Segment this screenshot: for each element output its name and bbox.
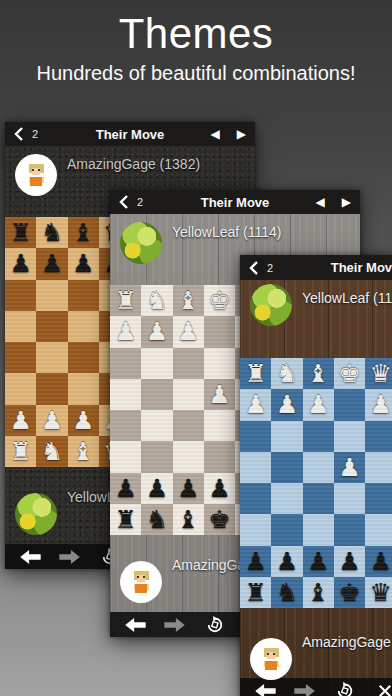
- chess-piece-black-bishop[interactable]: ♝: [307, 577, 329, 608]
- chess-piece-white-bishop[interactable]: ♝: [177, 285, 199, 316]
- chess-piece-white-king[interactable]: ♚: [338, 358, 360, 389]
- forward-arrow-icon[interactable]: [292, 682, 318, 696]
- flip-board-icon[interactable]: [332, 682, 358, 696]
- chess-piece-black-rook[interactable]: ♜: [114, 504, 136, 535]
- next-move-icon[interactable]: ▶: [342, 190, 351, 214]
- chess-piece-white-pawn[interactable]: ♟: [9, 405, 31, 436]
- board-square[interactable]: ♟: [36, 405, 67, 436]
- board-square[interactable]: [271, 421, 302, 452]
- board-square[interactable]: [68, 342, 99, 373]
- board-square[interactable]: ♟: [204, 473, 235, 504]
- board-square[interactable]: ♝: [68, 217, 99, 248]
- chess-piece-black-pawn[interactable]: ♟: [307, 546, 329, 577]
- next-move-icon[interactable]: ▶: [237, 122, 246, 146]
- board-square[interactable]: ♜: [5, 217, 36, 248]
- board-square[interactable]: [271, 514, 302, 545]
- board-square[interactable]: ♟: [141, 473, 172, 504]
- forward-arrow-icon[interactable]: [57, 548, 83, 566]
- board-square[interactable]: [173, 441, 204, 472]
- board-square[interactable]: ♞: [141, 285, 172, 316]
- board-square[interactable]: ♞: [271, 577, 302, 608]
- board-square[interactable]: [271, 452, 302, 483]
- chess-piece-white-pawn[interactable]: ♟: [276, 389, 298, 420]
- header-title: Their Move: [240, 260, 392, 275]
- chess-piece-black-queen[interactable]: ♛: [369, 577, 391, 608]
- board-square[interactable]: [271, 483, 302, 514]
- chess-piece-white-knight[interactable]: ♞: [41, 436, 63, 467]
- avatar[interactable]: [15, 154, 57, 196]
- board-square[interactable]: ♚: [204, 285, 235, 316]
- chess-piece-black-pawn[interactable]: ♟: [244, 546, 266, 577]
- board-square[interactable]: [240, 483, 271, 514]
- board-square[interactable]: ♟: [110, 473, 141, 504]
- board-square[interactable]: [141, 441, 172, 472]
- board-square[interactable]: ♝: [173, 285, 204, 316]
- board-square[interactable]: ♞: [271, 358, 302, 389]
- player-name: YellowLeaf (1114): [302, 290, 392, 306]
- prev-move-icon[interactable]: ◀: [211, 122, 220, 146]
- chess-piece-white-bishop[interactable]: ♝: [72, 436, 94, 467]
- chess-piece-black-knight[interactable]: ♞: [276, 577, 298, 608]
- board-square[interactable]: [365, 421, 392, 452]
- board-square[interactable]: [36, 373, 67, 404]
- board-square[interactable]: ♟: [68, 405, 99, 436]
- back-arrow-icon[interactable]: [122, 616, 148, 634]
- board-square[interactable]: ♜: [5, 436, 36, 467]
- board-square[interactable]: ♟: [271, 546, 302, 577]
- chess-piece-white-knight[interactable]: ♞: [276, 358, 298, 389]
- board-square[interactable]: [204, 410, 235, 441]
- chess-piece-white-pawn[interactable]: ♟: [338, 452, 360, 483]
- avatar[interactable]: [15, 493, 57, 535]
- chess-piece-black-pawn[interactable]: ♟: [146, 473, 168, 504]
- board-square[interactable]: [5, 373, 36, 404]
- avatar[interactable]: [250, 638, 292, 680]
- board-square[interactable]: [240, 514, 271, 545]
- board-square[interactable]: [365, 514, 392, 545]
- chess-piece-white-pawn[interactable]: ♟: [369, 389, 391, 420]
- board-square[interactable]: ♟: [271, 389, 302, 420]
- chess-piece-white-rook[interactable]: ♜: [114, 285, 136, 316]
- board-square[interactable]: [173, 410, 204, 441]
- close-icon[interactable]: [372, 682, 392, 696]
- board-square[interactable]: ♟: [173, 316, 204, 347]
- board-square[interactable]: [334, 421, 365, 452]
- game-nav-bar: [240, 678, 392, 696]
- board-square[interactable]: ♛: [365, 358, 392, 389]
- chess-board: ♜♞♝♚♛♝♞♜♟♟♟♟♟♟♟♟♟♟♟♟♟♟♟♟♜♞♝♚♛♝♞♜: [240, 358, 392, 608]
- board-square[interactable]: ♚: [334, 358, 365, 389]
- board-square[interactable]: ♜: [110, 285, 141, 316]
- app-header: 2 Their Move ◀ ▶: [5, 122, 255, 146]
- board-square[interactable]: ♟: [334, 546, 365, 577]
- board-square[interactable]: ♝: [303, 577, 334, 608]
- chess-piece-white-pawn[interactable]: ♟: [208, 379, 230, 410]
- player-name: AmazingGage (1382): [302, 634, 392, 650]
- board-square[interactable]: [110, 410, 141, 441]
- chess-piece-black-pawn[interactable]: ♟: [114, 473, 136, 504]
- board-square[interactable]: ♝: [173, 504, 204, 535]
- board-square[interactable]: [303, 452, 334, 483]
- board-square[interactable]: ♞: [141, 504, 172, 535]
- board-square[interactable]: ♟: [68, 248, 99, 279]
- board-square[interactable]: [365, 483, 392, 514]
- board-square[interactable]: [5, 342, 36, 373]
- board-square[interactable]: [334, 514, 365, 545]
- chess-piece-white-rook[interactable]: ♜: [244, 358, 266, 389]
- hero: Themes Hundreds of beautiful combination…: [0, 0, 392, 85]
- chess-piece-black-pawn[interactable]: ♟: [276, 546, 298, 577]
- app-header: 2 Their Move ◀ ▶: [110, 190, 360, 214]
- board-square[interactable]: ♟: [5, 248, 36, 279]
- board-square[interactable]: ♟: [173, 473, 204, 504]
- board-square[interactable]: [303, 514, 334, 545]
- themes-promo-page: Themes Hundreds of beautiful combination…: [0, 0, 392, 696]
- board-square[interactable]: [204, 348, 235, 379]
- board-square[interactable]: [334, 389, 365, 420]
- chess-piece-white-queen[interactable]: ♛: [369, 358, 391, 389]
- board-square[interactable]: ♝: [68, 436, 99, 467]
- board-square[interactable]: [110, 379, 141, 410]
- chess-piece-black-pawn[interactable]: ♟: [208, 473, 230, 504]
- back-arrow-icon[interactable]: [252, 682, 278, 696]
- prev-move-icon[interactable]: ◀: [316, 190, 325, 214]
- chess-piece-black-king[interactable]: ♚: [338, 577, 360, 608]
- board-square[interactable]: [303, 483, 334, 514]
- board-square[interactable]: ♟: [141, 316, 172, 347]
- chess-piece-white-knight[interactable]: ♞: [146, 285, 168, 316]
- board-square[interactable]: ♞: [36, 217, 67, 248]
- board-square[interactable]: ♛: [365, 577, 392, 608]
- chess-piece-black-bishop[interactable]: ♝: [72, 217, 94, 248]
- chess-piece-black-knight[interactable]: ♞: [41, 217, 63, 248]
- board-square[interactable]: ♟: [365, 389, 392, 420]
- flip-board-icon[interactable]: [202, 616, 228, 634]
- board-square[interactable]: [36, 311, 67, 342]
- player-name: YellowLeaf (1114): [172, 224, 281, 240]
- board-square[interactable]: [303, 421, 334, 452]
- back-arrow-icon[interactable]: [17, 548, 43, 566]
- board-square[interactable]: ♚: [334, 577, 365, 608]
- chess-piece-white-pawn[interactable]: ♟: [244, 389, 266, 420]
- chess-piece-white-pawn[interactable]: ♟: [177, 316, 199, 347]
- chess-piece-black-knight[interactable]: ♞: [146, 504, 168, 535]
- chess-piece-black-rook[interactable]: ♜: [9, 217, 31, 248]
- board-square[interactable]: ♟: [334, 452, 365, 483]
- board-square[interactable]: [5, 311, 36, 342]
- avatar[interactable]: [250, 284, 292, 326]
- board-square[interactable]: [365, 452, 392, 483]
- board-square[interactable]: [173, 379, 204, 410]
- board-square[interactable]: ♟: [110, 316, 141, 347]
- chess-piece-black-pawn[interactable]: ♟: [9, 248, 31, 279]
- player-name: AmazingGage (1382): [67, 156, 200, 172]
- chess-piece-white-rook[interactable]: ♜: [9, 436, 31, 467]
- board-square[interactable]: ♟: [36, 248, 67, 279]
- chess-piece-black-pawn[interactable]: ♟: [177, 473, 199, 504]
- board-square[interactable]: [240, 421, 271, 452]
- board-square[interactable]: [110, 441, 141, 472]
- board-square[interactable]: ♜: [240, 577, 271, 608]
- board-square[interactable]: [141, 379, 172, 410]
- board-square[interactable]: ♜: [240, 358, 271, 389]
- board-square[interactable]: [141, 410, 172, 441]
- chess-piece-white-pawn[interactable]: ♟: [114, 316, 136, 347]
- board-square[interactable]: [173, 348, 204, 379]
- chess-piece-black-pawn[interactable]: ♟: [72, 248, 94, 279]
- board-square[interactable]: [5, 280, 36, 311]
- board-square[interactable]: [36, 342, 67, 373]
- board-square[interactable]: ♟: [240, 546, 271, 577]
- board-square[interactable]: ♟: [303, 389, 334, 420]
- board-square[interactable]: ♜: [110, 504, 141, 535]
- chess-piece-black-pawn[interactable]: ♟: [338, 546, 360, 577]
- page-subtitle: Hundreds of beautiful combinations!: [0, 62, 392, 85]
- avatar[interactable]: [120, 561, 162, 603]
- opponent-bar: YellowLeaf (1114): [240, 280, 392, 358]
- chess-piece-white-pawn[interactable]: ♟: [41, 405, 63, 436]
- avatar[interactable]: [120, 222, 162, 264]
- screenshot-blue-theme: 2 Their Move ◀ ▶ YellowLeaf (1114) ♜♞♝♚♛…: [240, 255, 392, 696]
- chess-piece-white-bishop[interactable]: ♝: [307, 358, 329, 389]
- board-square[interactable]: ♟: [365, 546, 392, 577]
- chess-piece-white-pawn[interactable]: ♟: [146, 316, 168, 347]
- forward-arrow-icon[interactable]: [162, 616, 188, 634]
- chess-piece-white-pawn[interactable]: ♟: [72, 405, 94, 436]
- chess-piece-black-bishop[interactable]: ♝: [177, 504, 199, 535]
- app-header: 2 Their Move ◀ ▶: [240, 255, 392, 280]
- chess-piece-black-pawn[interactable]: ♟: [41, 248, 63, 279]
- chess-piece-black-rook[interactable]: ♜: [244, 577, 266, 608]
- board-square[interactable]: [334, 483, 365, 514]
- board-square[interactable]: ♚: [204, 504, 235, 535]
- board-square[interactable]: [36, 280, 67, 311]
- chess-piece-black-pawn[interactable]: ♟: [369, 546, 391, 577]
- chess-piece-white-pawn[interactable]: ♟: [307, 389, 329, 420]
- board-square[interactable]: ♞: [36, 436, 67, 467]
- player-bar: AmazingGage (1382): [240, 608, 392, 678]
- board-square[interactable]: [240, 452, 271, 483]
- board-square[interactable]: [68, 311, 99, 342]
- board-square[interactable]: ♟: [204, 379, 235, 410]
- board-square[interactable]: ♟: [240, 389, 271, 420]
- board-square[interactable]: ♟: [303, 546, 334, 577]
- board-square[interactable]: [141, 348, 172, 379]
- page-title: Themes: [0, 10, 392, 58]
- chess-piece-black-king[interactable]: ♚: [208, 504, 230, 535]
- board-square[interactable]: ♝: [303, 358, 334, 389]
- board-square[interactable]: [204, 441, 235, 472]
- board-square[interactable]: [68, 280, 99, 311]
- chess-piece-white-king[interactable]: ♚: [208, 285, 230, 316]
- board-square[interactable]: ♟: [5, 405, 36, 436]
- board-square[interactable]: [204, 316, 235, 347]
- board-square[interactable]: [68, 373, 99, 404]
- board-square[interactable]: [110, 348, 141, 379]
